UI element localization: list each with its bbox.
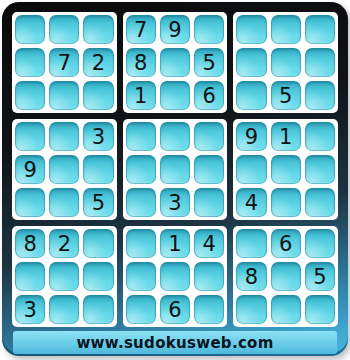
sudoku-cell-r8c5[interactable] xyxy=(160,262,190,291)
sudoku-cell-r5c9[interactable] xyxy=(305,155,335,184)
sudoku-block-1-2: 914 xyxy=(233,119,338,220)
sudoku-cell-r8c2[interactable] xyxy=(49,262,79,291)
sudoku-cell-r3c8[interactable]: 5 xyxy=(271,81,301,110)
cell-digit: 8 xyxy=(134,52,147,74)
sudoku-cell-r5c2[interactable] xyxy=(49,155,79,184)
sudoku-cell-r3c6[interactable]: 6 xyxy=(194,81,224,110)
sudoku-cell-r4c2[interactable] xyxy=(49,122,79,151)
sudoku-block-0-0: 72 xyxy=(12,12,117,113)
sudoku-cell-r2c3[interactable]: 2 xyxy=(83,48,113,77)
sudoku-cell-r2c9[interactable] xyxy=(305,48,335,77)
sudoku-cell-r1c3[interactable] xyxy=(83,15,113,44)
sudoku-cell-r8c3[interactable] xyxy=(83,262,113,291)
site-url-bar: www.sudokusweb.com xyxy=(13,331,337,354)
sudoku-cell-r4c5[interactable] xyxy=(160,122,190,151)
cell-digit: 1 xyxy=(279,126,292,148)
cell-digit: 8 xyxy=(23,233,36,255)
sudoku-cell-r5c5[interactable] xyxy=(160,155,190,184)
sudoku-cell-r2c5[interactable] xyxy=(160,48,190,77)
sudoku-cell-r2c6[interactable]: 5 xyxy=(194,48,224,77)
sudoku-cell-r7c5[interactable]: 1 xyxy=(160,229,190,258)
sudoku-cell-r9c2[interactable] xyxy=(49,295,79,324)
sudoku-cell-r4c4[interactable] xyxy=(126,122,156,151)
sudoku-cell-r1c7[interactable] xyxy=(236,15,266,44)
cell-digit: 6 xyxy=(279,233,292,255)
sudoku-frame: 7279851653953914823146685 www.sudokusweb… xyxy=(2,2,348,356)
sudoku-cell-r4c3[interactable]: 3 xyxy=(83,122,113,151)
cell-digit: 6 xyxy=(203,85,216,107)
sudoku-cell-r1c2[interactable] xyxy=(49,15,79,44)
sudoku-cell-r9c9[interactable] xyxy=(305,295,335,324)
sudoku-cell-r3c2[interactable] xyxy=(49,81,79,110)
cell-digit: 1 xyxy=(134,85,147,107)
sudoku-cell-r1c6[interactable] xyxy=(194,15,224,44)
sudoku-cell-r4c8[interactable]: 1 xyxy=(271,122,301,151)
cell-digit: 2 xyxy=(58,233,71,255)
sudoku-cell-r6c5[interactable]: 3 xyxy=(160,188,190,217)
sudoku-board: 7279851653953914823146685 xyxy=(12,12,338,327)
sudoku-cell-r4c6[interactable] xyxy=(194,122,224,151)
sudoku-block-1-0: 395 xyxy=(12,119,117,220)
sudoku-cell-r1c5[interactable]: 9 xyxy=(160,15,190,44)
sudoku-cell-r2c8[interactable] xyxy=(271,48,301,77)
sudoku-cell-r2c1[interactable] xyxy=(15,48,45,77)
cell-digit: 1 xyxy=(168,233,181,255)
sudoku-cell-r7c2[interactable]: 2 xyxy=(49,229,79,258)
cell-digit: 3 xyxy=(23,299,36,321)
sudoku-cell-r2c2[interactable]: 7 xyxy=(49,48,79,77)
sudoku-cell-r5c3[interactable] xyxy=(83,155,113,184)
cell-digit: 3 xyxy=(168,192,181,214)
sudoku-cell-r8c4[interactable] xyxy=(126,262,156,291)
sudoku-cell-r3c1[interactable] xyxy=(15,81,45,110)
sudoku-block-0-2: 5 xyxy=(233,12,338,113)
sudoku-cell-r9c3[interactable] xyxy=(83,295,113,324)
sudoku-cell-r3c7[interactable] xyxy=(236,81,266,110)
sudoku-cell-r7c8[interactable]: 6 xyxy=(271,229,301,258)
sudoku-cell-r9c1[interactable]: 3 xyxy=(15,295,45,324)
sudoku-cell-r8c1[interactable] xyxy=(15,262,45,291)
sudoku-cell-r6c6[interactable] xyxy=(194,188,224,217)
cell-digit: 3 xyxy=(92,126,105,148)
sudoku-cell-r5c1[interactable]: 9 xyxy=(15,155,45,184)
sudoku-block-2-1: 146 xyxy=(123,226,228,327)
sudoku-cell-r8c6[interactable] xyxy=(194,262,224,291)
sudoku-block-1-1: 3 xyxy=(123,119,228,220)
cell-digit: 4 xyxy=(245,192,258,214)
sudoku-cell-r2c7[interactable] xyxy=(236,48,266,77)
cell-digit: 4 xyxy=(203,233,216,255)
sudoku-cell-r5c4[interactable] xyxy=(126,155,156,184)
cell-digit: 5 xyxy=(313,266,326,288)
cell-digit: 9 xyxy=(168,19,181,41)
sudoku-cell-r7c9[interactable] xyxy=(305,229,335,258)
sudoku-cell-r8c7[interactable]: 8 xyxy=(236,262,266,291)
cell-digit: 8 xyxy=(245,266,258,288)
sudoku-cell-r1c8[interactable] xyxy=(271,15,301,44)
sudoku-cell-r3c5[interactable] xyxy=(160,81,190,110)
sudoku-cell-r9c8[interactable] xyxy=(271,295,301,324)
sudoku-cell-r8c9[interactable]: 5 xyxy=(305,262,335,291)
sudoku-cell-r3c3[interactable] xyxy=(83,81,113,110)
sudoku-cell-r7c4[interactable] xyxy=(126,229,156,258)
sudoku-cell-r9c5[interactable]: 6 xyxy=(160,295,190,324)
sudoku-cell-r8c8[interactable] xyxy=(271,262,301,291)
sudoku-cell-r3c4[interactable]: 1 xyxy=(126,81,156,110)
sudoku-cell-r6c4[interactable] xyxy=(126,188,156,217)
sudoku-cell-r6c8[interactable] xyxy=(271,188,301,217)
sudoku-block-2-0: 823 xyxy=(12,226,117,327)
cell-digit: 2 xyxy=(92,52,105,74)
sudoku-cell-r4c7[interactable]: 9 xyxy=(236,122,266,151)
sudoku-block-0-1: 798516 xyxy=(123,12,228,113)
sudoku-cell-r1c4[interactable]: 7 xyxy=(126,15,156,44)
sudoku-cell-r1c9[interactable] xyxy=(305,15,335,44)
sudoku-cell-r1c1[interactable] xyxy=(15,15,45,44)
sudoku-cell-r6c9[interactable] xyxy=(305,188,335,217)
cell-digit: 6 xyxy=(168,299,181,321)
sudoku-cell-r2c4[interactable]: 8 xyxy=(126,48,156,77)
cell-digit: 5 xyxy=(279,85,292,107)
sudoku-cell-r5c7[interactable] xyxy=(236,155,266,184)
sudoku-cell-r7c3[interactable] xyxy=(83,229,113,258)
sudoku-cell-r9c7[interactable] xyxy=(236,295,266,324)
cell-digit: 9 xyxy=(245,126,258,148)
sudoku-cell-r6c1[interactable] xyxy=(15,188,45,217)
sudoku-cell-r6c3[interactable]: 5 xyxy=(83,188,113,217)
sudoku-cell-r4c1[interactable] xyxy=(15,122,45,151)
sudoku-block-2-2: 685 xyxy=(233,226,338,327)
site-url-link[interactable]: www.sudokusweb.com xyxy=(76,334,273,352)
sudoku-cell-r9c6[interactable] xyxy=(194,295,224,324)
cell-digit: 7 xyxy=(58,52,71,74)
cell-digit: 5 xyxy=(203,52,216,74)
sudoku-cell-r7c7[interactable] xyxy=(236,229,266,258)
sudoku-cell-r9c4[interactable] xyxy=(126,295,156,324)
sudoku-cell-r5c8[interactable] xyxy=(271,155,301,184)
cell-digit: 7 xyxy=(134,19,147,41)
sudoku-cell-r6c7[interactable]: 4 xyxy=(236,188,266,217)
sudoku-cell-r6c2[interactable] xyxy=(49,188,79,217)
cell-digit: 5 xyxy=(92,192,105,214)
sudoku-cell-r5c6[interactable] xyxy=(194,155,224,184)
cell-digit: 9 xyxy=(23,159,36,181)
sudoku-cell-r7c6[interactable]: 4 xyxy=(194,229,224,258)
sudoku-cell-r3c9[interactable] xyxy=(305,81,335,110)
sudoku-cell-r7c1[interactable]: 8 xyxy=(15,229,45,258)
sudoku-cell-r4c9[interactable] xyxy=(305,122,335,151)
